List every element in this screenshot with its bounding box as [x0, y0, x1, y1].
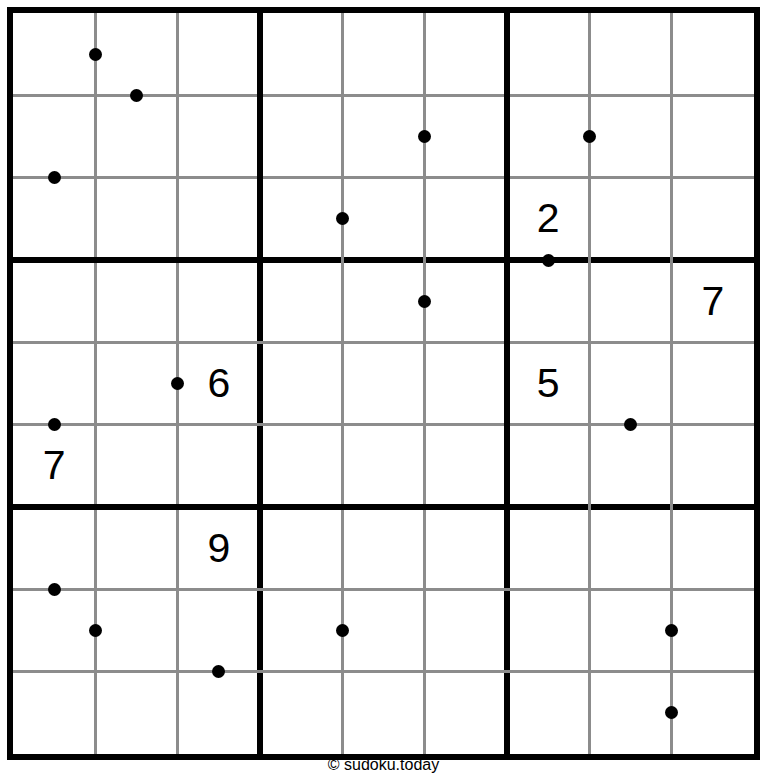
kropki-dot-r1c2-r2c2: [130, 89, 143, 102]
kropki-dot-r1c1-r1c2: [89, 48, 102, 61]
kropki-dot-r3c7-r4c7: [542, 254, 555, 267]
kropki-dot-r8c4-r8c5: [336, 624, 349, 637]
kropki-dot-r3c4-r3c5: [336, 212, 349, 225]
puzzle-page: 276579 © sudoku.today: [0, 0, 767, 777]
kropki-dot-r9c8-r9c9: [665, 706, 678, 719]
kropki-dot-r8c8-r8c9: [665, 624, 678, 637]
kropki-dot-r8c3-r9c3: [212, 665, 225, 678]
sudoku-board: 276579: [7, 7, 760, 760]
kropki-dot-r8c1-r8c2: [89, 624, 102, 637]
kropki-dot-r5c2-r5c3: [171, 377, 184, 390]
kropki-dot-r2c1-r3c1: [48, 171, 61, 184]
kropki-dot-r4c5-r4c6: [418, 295, 431, 308]
kropki-dot-r5c8-r6c8: [624, 418, 637, 431]
kropki-dot-r2c7-r2c8: [583, 130, 596, 143]
kropki-dot-r7c1-r8c1: [48, 583, 61, 596]
kropki-dot-r2c5-r2c6: [418, 130, 431, 143]
kropki-dot-r5c1-r6c1: [48, 418, 61, 431]
kropki-dots-layer: [13, 13, 754, 754]
copyright-text: © sudoku.today: [7, 756, 760, 774]
